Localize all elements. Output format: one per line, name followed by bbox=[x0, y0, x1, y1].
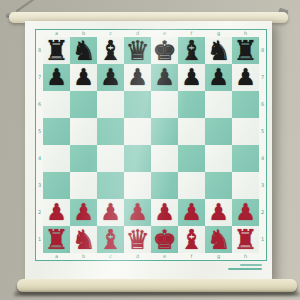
file-label-d: d bbox=[124, 30, 151, 37]
rank-label-8: 8 bbox=[36, 37, 43, 64]
black-king-e8: ♚ bbox=[152, 37, 176, 64]
file-label-a: a bbox=[43, 30, 70, 37]
square-h4 bbox=[232, 145, 259, 172]
red-bishop-f1: ♝ bbox=[179, 226, 203, 253]
file-label-h: h bbox=[232, 30, 259, 37]
file-label-c: c bbox=[97, 30, 124, 37]
black-rook-a8: ♜ bbox=[44, 37, 68, 64]
black-rook-h8: ♜ bbox=[233, 37, 257, 64]
red-pawn-c2: ♟ bbox=[100, 199, 121, 226]
square-a1: ♜ bbox=[43, 226, 70, 253]
black-pawn-f7: ♟ bbox=[181, 64, 202, 91]
square-d8: ♛ bbox=[124, 37, 151, 64]
square-b7: ♟ bbox=[70, 64, 97, 91]
red-rook-h1: ♜ bbox=[233, 226, 257, 253]
rank-label-3: 3 bbox=[36, 172, 43, 199]
rank-label-1: 1 bbox=[259, 226, 266, 253]
square-h3 bbox=[232, 172, 259, 199]
red-bishop-c1: ♝ bbox=[98, 226, 122, 253]
file-label-f: f bbox=[178, 253, 205, 260]
red-pawn-a2: ♟ bbox=[46, 199, 67, 226]
square-a5 bbox=[43, 118, 70, 145]
red-queen-d1: ♛ bbox=[125, 226, 149, 253]
file-label-b: b bbox=[70, 253, 97, 260]
square-b4 bbox=[70, 145, 97, 172]
file-label-d: d bbox=[124, 253, 151, 260]
maker-fine-print bbox=[228, 268, 262, 270]
square-e2: ♟ bbox=[151, 199, 178, 226]
red-rook-a1: ♜ bbox=[44, 226, 68, 253]
square-f3 bbox=[178, 172, 205, 199]
square-c8: ♝ bbox=[97, 37, 124, 64]
rank-labels-left: 87654321 bbox=[36, 37, 43, 253]
square-g3 bbox=[205, 172, 232, 199]
hanging-string-left bbox=[16, 0, 41, 12]
black-knight-g8: ♞ bbox=[206, 37, 230, 64]
square-h1: ♜ bbox=[232, 226, 259, 253]
square-f1: ♝ bbox=[178, 226, 205, 253]
square-h6 bbox=[232, 91, 259, 118]
maker-fine-print bbox=[240, 264, 262, 266]
bottom-rod-shadow bbox=[14, 292, 300, 296]
square-c4 bbox=[97, 145, 124, 172]
file-label-c: c bbox=[97, 253, 124, 260]
square-a3 bbox=[43, 172, 70, 199]
black-pawn-c7: ♟ bbox=[100, 64, 121, 91]
rank-label-4: 4 bbox=[36, 145, 43, 172]
square-h8: ♜ bbox=[232, 37, 259, 64]
square-c1: ♝ bbox=[97, 226, 124, 253]
square-f7: ♟ bbox=[178, 64, 205, 91]
square-h5 bbox=[232, 118, 259, 145]
square-g1: ♞ bbox=[205, 226, 232, 253]
red-king-e1: ♚ bbox=[152, 226, 176, 253]
red-pawn-b2: ♟ bbox=[73, 199, 94, 226]
rank-label-2: 2 bbox=[259, 199, 266, 226]
square-d6 bbox=[124, 91, 151, 118]
square-a4 bbox=[43, 145, 70, 172]
rank-label-2: 2 bbox=[36, 199, 43, 226]
black-bishop-f8: ♝ bbox=[179, 37, 203, 64]
red-knight-g1: ♞ bbox=[206, 226, 230, 253]
square-e4 bbox=[151, 145, 178, 172]
square-f4 bbox=[178, 145, 205, 172]
file-label-h: h bbox=[232, 253, 259, 260]
vinyl-board-sheet: abcdefgh 87654321 ♜♞♝♛♚♝♞♜♟♟♟♟♟♟♟♟♟♟♟♟♟♟… bbox=[25, 21, 272, 280]
square-a2: ♟ bbox=[43, 199, 70, 226]
rank-label-5: 5 bbox=[36, 118, 43, 145]
black-pawn-h7: ♟ bbox=[235, 64, 256, 91]
file-label-e: e bbox=[151, 30, 178, 37]
black-pawn-b7: ♟ bbox=[73, 64, 94, 91]
square-f5 bbox=[178, 118, 205, 145]
square-g5 bbox=[205, 118, 232, 145]
square-b2: ♟ bbox=[70, 199, 97, 226]
rank-label-5: 5 bbox=[259, 118, 266, 145]
square-b8: ♞ bbox=[70, 37, 97, 64]
square-g8: ♞ bbox=[205, 37, 232, 64]
rank-label-6: 6 bbox=[36, 91, 43, 118]
rank-label-7: 7 bbox=[259, 64, 266, 91]
square-e5 bbox=[151, 118, 178, 145]
square-d3 bbox=[124, 172, 151, 199]
file-labels-bottom: abcdefgh bbox=[43, 253, 259, 260]
square-b5 bbox=[70, 118, 97, 145]
red-pawn-h2: ♟ bbox=[235, 199, 256, 226]
square-a7: ♟ bbox=[43, 64, 70, 91]
bottom-weight-rod bbox=[17, 279, 297, 292]
square-e1: ♚ bbox=[151, 226, 178, 253]
file-labels-top: abcdefgh bbox=[43, 30, 259, 37]
rank-label-8: 8 bbox=[259, 37, 266, 64]
rank-label-6: 6 bbox=[259, 91, 266, 118]
black-knight-b8: ♞ bbox=[71, 37, 95, 64]
file-label-b: b bbox=[70, 30, 97, 37]
square-e7: ♟ bbox=[151, 64, 178, 91]
file-label-f: f bbox=[178, 30, 205, 37]
square-h7: ♟ bbox=[232, 64, 259, 91]
square-d1: ♛ bbox=[124, 226, 151, 253]
square-h2: ♟ bbox=[232, 199, 259, 226]
square-d5 bbox=[124, 118, 151, 145]
square-g4 bbox=[205, 145, 232, 172]
black-pawn-d7: ♟ bbox=[127, 64, 148, 91]
square-f8: ♝ bbox=[178, 37, 205, 64]
board-frame: abcdefgh 87654321 ♜♞♝♛♚♝♞♜♟♟♟♟♟♟♟♟♟♟♟♟♟♟… bbox=[35, 29, 267, 261]
square-c7: ♟ bbox=[97, 64, 124, 91]
wall-hung-demo-chessboard-photo: abcdefgh 87654321 ♜♞♝♛♚♝♞♜♟♟♟♟♟♟♟♟♟♟♟♟♟♟… bbox=[0, 0, 300, 300]
square-b3 bbox=[70, 172, 97, 199]
square-a8: ♜ bbox=[43, 37, 70, 64]
black-pawn-g7: ♟ bbox=[208, 64, 229, 91]
square-c5 bbox=[97, 118, 124, 145]
rank-label-1: 1 bbox=[36, 226, 43, 253]
square-a6 bbox=[43, 91, 70, 118]
black-pawn-e7: ♟ bbox=[154, 64, 175, 91]
square-d2: ♟ bbox=[124, 199, 151, 226]
square-c2: ♟ bbox=[97, 199, 124, 226]
square-g2: ♟ bbox=[205, 199, 232, 226]
rank-labels-right: 87654321 bbox=[259, 37, 266, 253]
black-queen-d8: ♛ bbox=[125, 37, 149, 64]
file-label-g: g bbox=[205, 30, 232, 37]
square-c6 bbox=[97, 91, 124, 118]
red-pawn-g2: ♟ bbox=[208, 199, 229, 226]
square-c3 bbox=[97, 172, 124, 199]
hanging-string-right bbox=[295, 0, 300, 14]
file-label-g: g bbox=[205, 253, 232, 260]
square-e8: ♚ bbox=[151, 37, 178, 64]
square-d7: ♟ bbox=[124, 64, 151, 91]
black-bishop-c8: ♝ bbox=[98, 37, 122, 64]
board: ♜♞♝♛♚♝♞♜♟♟♟♟♟♟♟♟♟♟♟♟♟♟♟♟♜♞♝♛♚♝♞♜ bbox=[43, 37, 259, 253]
square-g6 bbox=[205, 91, 232, 118]
black-pawn-a7: ♟ bbox=[46, 64, 67, 91]
square-b1: ♞ bbox=[70, 226, 97, 253]
red-pawn-f2: ♟ bbox=[181, 199, 202, 226]
square-e3 bbox=[151, 172, 178, 199]
square-e6 bbox=[151, 91, 178, 118]
square-g7: ♟ bbox=[205, 64, 232, 91]
rank-label-4: 4 bbox=[259, 145, 266, 172]
red-pawn-d2: ♟ bbox=[127, 199, 148, 226]
rank-label-3: 3 bbox=[259, 172, 266, 199]
square-b6 bbox=[70, 91, 97, 118]
square-f6 bbox=[178, 91, 205, 118]
file-label-e: e bbox=[151, 253, 178, 260]
rank-label-7: 7 bbox=[36, 64, 43, 91]
file-label-a: a bbox=[43, 253, 70, 260]
square-f2: ♟ bbox=[178, 199, 205, 226]
red-pawn-e2: ♟ bbox=[154, 199, 175, 226]
square-d4 bbox=[124, 145, 151, 172]
red-knight-b1: ♞ bbox=[71, 226, 95, 253]
